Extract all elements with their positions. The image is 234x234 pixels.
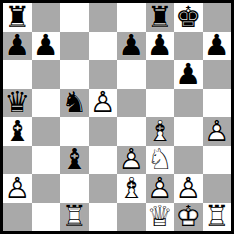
square-a3[interactable] [3,146,32,175]
black-queen-piece[interactable]: ♛ [3,89,32,118]
white-bishop-piece[interactable]: ♗ [117,174,146,203]
square-h3[interactable] [203,146,232,175]
square-g4[interactable] [174,117,203,146]
square-h5[interactable] [203,89,232,118]
white-bishop-piece[interactable]: ♗ [146,117,175,146]
square-a5[interactable]: ♛ [3,89,32,118]
square-d2[interactable] [89,174,118,203]
square-h1[interactable]: ♜♖ [203,203,232,232]
square-e7[interactable]: ♟ [117,32,146,61]
square-e8[interactable] [117,3,146,32]
black-bishop-piece[interactable]: ♝ [3,117,32,146]
white-pawn-piece[interactable]: ♙ [146,174,175,203]
square-d3[interactable] [89,146,118,175]
square-d8[interactable] [89,3,118,32]
square-f6[interactable] [146,60,175,89]
square-f3[interactable]: ♞♘ [146,146,175,175]
white-rook-piece[interactable]: ♖ [60,203,89,232]
square-e2[interactable]: ♝♗ [117,174,146,203]
square-b4[interactable] [32,117,61,146]
square-b7[interactable]: ♟ [32,32,61,61]
square-c7[interactable] [60,32,89,61]
black-pawn-piece[interactable]: ♟ [3,32,32,61]
square-a1[interactable] [3,203,32,232]
square-h2[interactable] [203,174,232,203]
white-pawn-piece[interactable]: ♙ [89,89,118,118]
square-e3[interactable]: ♟♙ [117,146,146,175]
black-rook-piece[interactable]: ♜ [146,3,175,32]
square-b8[interactable] [32,3,61,32]
square-g8[interactable]: ♚ [174,3,203,32]
square-f7[interactable]: ♟ [146,32,175,61]
square-d7[interactable] [89,32,118,61]
white-pawn-piece[interactable]: ♙ [117,146,146,175]
square-f2[interactable]: ♟♙ [146,174,175,203]
square-c4[interactable] [60,117,89,146]
square-h7[interactable]: ♟ [203,32,232,61]
black-pawn-piece[interactable]: ♟ [203,32,232,61]
square-f8[interactable]: ♜ [146,3,175,32]
square-c1[interactable]: ♜♖ [60,203,89,232]
square-a7[interactable]: ♟ [3,32,32,61]
square-d4[interactable] [89,117,118,146]
square-g2[interactable]: ♟♙ [174,174,203,203]
square-b3[interactable] [32,146,61,175]
square-c6[interactable] [60,60,89,89]
square-d1[interactable] [89,203,118,232]
square-a8[interactable]: ♜ [3,3,32,32]
black-pawn-piece[interactable]: ♟ [32,32,61,61]
square-c8[interactable] [60,3,89,32]
square-a2[interactable]: ♟♙ [3,174,32,203]
square-b6[interactable] [32,60,61,89]
square-b2[interactable] [32,174,61,203]
square-f4[interactable]: ♝♗ [146,117,175,146]
square-e6[interactable] [117,60,146,89]
square-d6[interactable] [89,60,118,89]
square-b5[interactable] [32,89,61,118]
square-e4[interactable] [117,117,146,146]
square-g1[interactable]: ♚♔ [174,203,203,232]
square-e5[interactable] [117,89,146,118]
white-knight-piece[interactable]: ♘ [146,146,175,175]
white-king-piece[interactable]: ♔ [174,203,203,232]
square-h8[interactable] [203,3,232,32]
white-pawn-piece[interactable]: ♙ [203,117,232,146]
black-bishop-piece[interactable]: ♝ [60,146,89,175]
square-a6[interactable] [3,60,32,89]
square-g5[interactable] [174,89,203,118]
square-h6[interactable] [203,60,232,89]
square-a4[interactable]: ♝ [3,117,32,146]
square-g6[interactable]: ♟ [174,60,203,89]
white-rook-piece[interactable]: ♖ [203,203,232,232]
square-f1[interactable]: ♛♕ [146,203,175,232]
white-queen-piece[interactable]: ♕ [146,203,175,232]
square-e1[interactable] [117,203,146,232]
square-c2[interactable] [60,174,89,203]
white-pawn-piece[interactable]: ♙ [3,174,32,203]
square-f5[interactable] [146,89,175,118]
black-pawn-piece[interactable]: ♟ [174,60,203,89]
square-h4[interactable]: ♟♙ [203,117,232,146]
square-g3[interactable] [174,146,203,175]
square-g7[interactable] [174,32,203,61]
black-pawn-piece[interactable]: ♟ [117,32,146,61]
black-knight-piece[interactable]: ♞ [60,89,89,118]
chess-board: ♜♜♚♟♟♟♟♟♟♛♞♟♙♝♝♗♟♙♝♟♙♞♘♟♙♝♗♟♙♟♙♜♖♛♕♚♔♜♖ [0,0,234,234]
square-d5[interactable]: ♟♙ [89,89,118,118]
black-rook-piece[interactable]: ♜ [3,3,32,32]
square-c5[interactable]: ♞ [60,89,89,118]
white-pawn-piece[interactable]: ♙ [174,174,203,203]
black-king-piece[interactable]: ♚ [174,3,203,32]
black-pawn-piece[interactable]: ♟ [146,32,175,61]
square-b1[interactable] [32,203,61,232]
square-c3[interactable]: ♝ [60,146,89,175]
